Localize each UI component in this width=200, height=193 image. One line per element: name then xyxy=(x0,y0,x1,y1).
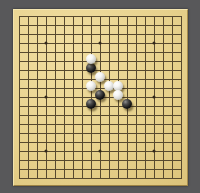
white-stone[interactable]: ○ xyxy=(86,81,96,91)
white-stone[interactable]: ○ xyxy=(86,54,96,64)
black-stone[interactable]: ● xyxy=(122,99,132,109)
white-stone[interactable]: ○ xyxy=(113,90,123,100)
white-stone[interactable]: ○ xyxy=(95,72,105,82)
black-stone[interactable]: ● xyxy=(86,99,96,109)
go-app-window: ●●●●○○○○○○ xyxy=(0,0,200,193)
stones-layer: ●●●●○○○○○○ xyxy=(15,12,186,183)
black-stone[interactable]: ● xyxy=(86,63,96,73)
go-board[interactable]: ●●●●○○○○○○ xyxy=(13,9,188,186)
black-stone[interactable]: ● xyxy=(95,90,105,100)
